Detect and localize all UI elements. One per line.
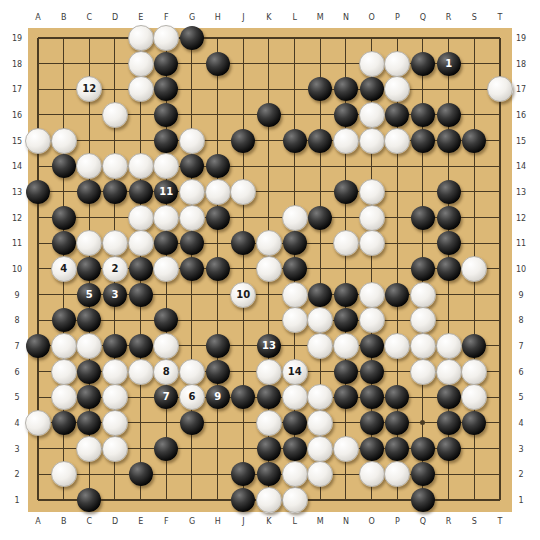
- move-number-9: 9: [214, 392, 221, 402]
- white-stone-O12[interactable]: [359, 205, 385, 231]
- col-label-top-D: D: [112, 13, 118, 22]
- white-stone-C3[interactable]: [76, 436, 102, 462]
- black-stone-A7[interactable]: [26, 334, 50, 358]
- white-stone-P15[interactable]: [384, 128, 410, 154]
- white-stone-R7[interactable]: [436, 333, 462, 359]
- white-stone-E19[interactable]: [128, 25, 154, 51]
- black-stone-C6[interactable]: [77, 360, 101, 384]
- row-label-left-6: 6: [14, 367, 19, 376]
- white-stone-D10[interactable]: 2: [102, 256, 128, 282]
- black-stone-R16[interactable]: [437, 103, 461, 127]
- white-stone-L5[interactable]: [282, 384, 308, 410]
- col-label-bottom-H: H: [215, 517, 221, 526]
- white-stone-P2[interactable]: [384, 461, 410, 487]
- black-stone-Q16[interactable]: [411, 103, 435, 127]
- black-stone-D9[interactable]: 3: [103, 283, 127, 307]
- white-stone-G6[interactable]: [179, 359, 205, 385]
- white-stone-T17[interactable]: [487, 76, 513, 102]
- white-stone-C7[interactable]: [76, 333, 102, 359]
- move-number-7: 7: [163, 392, 170, 402]
- col-label-bottom-J: J: [242, 517, 244, 526]
- black-stone-C9[interactable]: 5: [77, 283, 101, 307]
- row-label-right-12: 12: [516, 213, 526, 222]
- white-stone-Q9[interactable]: [410, 282, 436, 308]
- row-label-right-3: 3: [518, 444, 523, 453]
- black-stone-K7[interactable]: 13: [257, 334, 281, 358]
- black-stone-F11[interactable]: [154, 231, 178, 255]
- black-stone-F3[interactable]: [154, 437, 178, 461]
- row-label-right-9: 9: [518, 290, 523, 299]
- black-stone-C4[interactable]: [77, 411, 101, 435]
- black-stone-R12[interactable]: [437, 206, 461, 230]
- black-stone-G11[interactable]: [180, 231, 204, 255]
- black-stone-L4[interactable]: [283, 411, 307, 435]
- white-stone-G12[interactable]: [179, 205, 205, 231]
- black-stone-H12[interactable]: [206, 206, 230, 230]
- col-label-top-R: R: [446, 13, 452, 22]
- black-stone-J15[interactable]: [231, 129, 255, 153]
- white-stone-O8[interactable]: [359, 307, 385, 333]
- row-label-right-17: 17: [516, 85, 526, 94]
- black-stone-M15[interactable]: [308, 129, 332, 153]
- white-stone-B6[interactable]: [51, 359, 77, 385]
- white-stone-K10[interactable]: [256, 256, 282, 282]
- white-stone-H13[interactable]: [205, 179, 231, 205]
- row-label-right-16: 16: [516, 110, 526, 119]
- white-stone-O2[interactable]: [359, 461, 385, 487]
- black-stone-N6[interactable]: [334, 360, 358, 384]
- black-stone-P3[interactable]: [385, 437, 409, 461]
- white-stone-L8[interactable]: [282, 307, 308, 333]
- black-stone-L15[interactable]: [283, 129, 307, 153]
- row-label-left-11: 11: [12, 239, 22, 248]
- black-stone-Q15[interactable]: [411, 129, 435, 153]
- black-stone-S7[interactable]: [462, 334, 486, 358]
- row-label-left-5: 5: [14, 393, 19, 402]
- row-label-right-14: 14: [516, 162, 526, 171]
- col-label-top-E: E: [138, 13, 143, 22]
- black-stone-M9[interactable]: [308, 283, 332, 307]
- row-label-right-13: 13: [516, 187, 526, 196]
- row-label-left-2: 2: [14, 470, 19, 479]
- white-stone-Q7[interactable]: [410, 333, 436, 359]
- white-stone-O16[interactable]: [359, 102, 385, 128]
- row-label-left-19: 19: [12, 34, 22, 43]
- black-stone-J2[interactable]: [231, 462, 255, 486]
- black-stone-R3[interactable]: [437, 437, 461, 461]
- move-number-2: 2: [112, 264, 119, 274]
- row-label-left-18: 18: [12, 59, 22, 68]
- move-number-3: 3: [112, 290, 119, 300]
- move-number-14: 14: [288, 367, 302, 377]
- white-stone-A15[interactable]: [25, 128, 51, 154]
- move-number-8: 8: [163, 367, 170, 377]
- row-label-left-13: 13: [12, 187, 22, 196]
- black-stone-N16[interactable]: [334, 103, 358, 127]
- black-stone-L11[interactable]: [283, 231, 307, 255]
- white-stone-A4[interactable]: [25, 410, 51, 436]
- white-stone-F10[interactable]: [153, 256, 179, 282]
- black-stone-G14[interactable]: [180, 154, 204, 178]
- row-label-right-11: 11: [516, 239, 526, 248]
- white-stone-J13[interactable]: [230, 179, 256, 205]
- black-stone-K16[interactable]: [257, 103, 281, 127]
- black-stone-M17[interactable]: [308, 77, 332, 101]
- col-label-top-F: F: [164, 13, 169, 22]
- white-stone-D6[interactable]: [102, 359, 128, 385]
- white-stone-N15[interactable]: [333, 128, 359, 154]
- white-stone-Q6[interactable]: [410, 359, 436, 385]
- col-label-top-N: N: [343, 13, 349, 22]
- col-label-bottom-N: N: [343, 517, 349, 526]
- black-stone-O6[interactable]: [360, 360, 384, 384]
- white-stone-C17[interactable]: 12: [76, 76, 102, 102]
- white-stone-B7[interactable]: [51, 333, 77, 359]
- white-stone-O18[interactable]: [359, 51, 385, 77]
- black-stone-H10[interactable]: [206, 257, 230, 281]
- black-stone-N9[interactable]: [334, 283, 358, 307]
- white-stone-N11[interactable]: [333, 230, 359, 256]
- white-stone-Q8[interactable]: [410, 307, 436, 333]
- white-stone-F6[interactable]: 8: [153, 359, 179, 385]
- white-stone-O13[interactable]: [359, 179, 385, 205]
- black-stone-F16[interactable]: [154, 103, 178, 127]
- col-label-bottom-E: E: [138, 517, 143, 526]
- move-number-6: 6: [189, 392, 196, 402]
- black-stone-G19[interactable]: [180, 26, 204, 50]
- black-stone-L10[interactable]: [283, 257, 307, 281]
- white-stone-S6[interactable]: [461, 359, 487, 385]
- black-stone-C5[interactable]: [77, 385, 101, 409]
- col-label-bottom-P: P: [395, 517, 400, 526]
- black-stone-Q2[interactable]: [411, 462, 435, 486]
- black-stone-S4[interactable]: [462, 411, 486, 435]
- black-stone-K2[interactable]: [257, 462, 281, 486]
- move-number-11: 11: [159, 187, 173, 197]
- row-label-left-8: 8: [14, 316, 19, 325]
- white-stone-D16[interactable]: [102, 102, 128, 128]
- col-label-bottom-S: S: [472, 517, 477, 526]
- col-label-bottom-C: C: [87, 517, 93, 526]
- black-stone-C13[interactable]: [77, 180, 101, 204]
- col-label-bottom-F: F: [164, 517, 169, 526]
- black-stone-D13[interactable]: [103, 180, 127, 204]
- white-stone-F19[interactable]: [153, 25, 179, 51]
- row-label-left-1: 1: [14, 495, 19, 504]
- black-stone-C10[interactable]: [77, 257, 101, 281]
- white-stone-P7[interactable]: [384, 333, 410, 359]
- black-stone-B4[interactable]: [52, 411, 76, 435]
- black-stone-R11[interactable]: [437, 231, 461, 255]
- white-stone-S5[interactable]: [461, 384, 487, 410]
- row-label-right-19: 19: [516, 34, 526, 43]
- black-stone-O4[interactable]: [360, 411, 384, 435]
- white-stone-N3[interactable]: [333, 436, 359, 462]
- black-stone-E9[interactable]: [129, 283, 153, 307]
- black-stone-O5[interactable]: [360, 385, 384, 409]
- col-label-bottom-T: T: [498, 517, 503, 526]
- black-stone-C1[interactable]: [77, 488, 101, 512]
- white-stone-D5[interactable]: [102, 384, 128, 410]
- col-label-bottom-G: G: [189, 517, 195, 526]
- black-stone-Q18[interactable]: [411, 52, 435, 76]
- black-stone-Q1[interactable]: [411, 488, 435, 512]
- white-stone-B10[interactable]: 4: [51, 256, 77, 282]
- go-board-screenshot: AABBCCDDEEFFGGHHJJKKLLMMNNOOPPQQRRSSTT19…: [0, 0, 540, 540]
- row-label-left-14: 14: [12, 162, 22, 171]
- white-stone-J9[interactable]: 10: [230, 282, 256, 308]
- white-stone-L6[interactable]: 14: [282, 359, 308, 385]
- col-label-top-Q: Q: [420, 13, 426, 22]
- white-stone-C14[interactable]: [76, 153, 102, 179]
- white-stone-M2[interactable]: [307, 461, 333, 487]
- black-stone-N17[interactable]: [334, 77, 358, 101]
- white-stone-K6[interactable]: [256, 359, 282, 385]
- row-label-left-3: 3: [14, 444, 19, 453]
- black-stone-R10[interactable]: [437, 257, 461, 281]
- white-stone-M7[interactable]: [307, 333, 333, 359]
- black-stone-H14[interactable]: [206, 154, 230, 178]
- black-stone-N8[interactable]: [334, 308, 358, 332]
- black-stone-Q10[interactable]: [411, 257, 435, 281]
- move-number-13: 13: [262, 341, 276, 351]
- row-label-left-12: 12: [12, 213, 22, 222]
- white-stone-K11[interactable]: [256, 230, 282, 256]
- row-label-right-1: 1: [518, 495, 523, 504]
- col-label-top-O: O: [369, 13, 375, 22]
- black-stone-N13[interactable]: [334, 180, 358, 204]
- white-stone-F12[interactable]: [153, 205, 179, 231]
- white-stone-E11[interactable]: [128, 230, 154, 256]
- white-stone-O9[interactable]: [359, 282, 385, 308]
- white-stone-D14[interactable]: [102, 153, 128, 179]
- grid-line-vertical: [499, 38, 501, 500]
- row-label-right-10: 10: [516, 264, 526, 273]
- black-stone-H5[interactable]: 9: [206, 385, 230, 409]
- white-stone-O15[interactable]: [359, 128, 385, 154]
- black-stone-A13[interactable]: [26, 180, 50, 204]
- white-stone-B15[interactable]: [51, 128, 77, 154]
- white-stone-P17[interactable]: [384, 76, 410, 102]
- col-label-bottom-D: D: [112, 517, 118, 526]
- row-label-right-5: 5: [518, 393, 523, 402]
- black-stone-Q3[interactable]: [411, 437, 435, 461]
- white-stone-F7[interactable]: [153, 333, 179, 359]
- row-label-left-15: 15: [12, 136, 22, 145]
- col-label-bottom-L: L: [292, 517, 296, 526]
- col-label-top-H: H: [215, 13, 221, 22]
- black-stone-H18[interactable]: [206, 52, 230, 76]
- white-stone-C11[interactable]: [76, 230, 102, 256]
- white-stone-S10[interactable]: [461, 256, 487, 282]
- white-stone-R6[interactable]: [436, 359, 462, 385]
- black-stone-L3[interactable]: [283, 437, 307, 461]
- white-stone-G15[interactable]: [179, 128, 205, 154]
- row-label-left-9: 9: [14, 290, 19, 299]
- white-stone-F14[interactable]: [153, 153, 179, 179]
- row-label-left-7: 7: [14, 341, 19, 350]
- white-stone-E18[interactable]: [128, 51, 154, 77]
- black-stone-R13[interactable]: [437, 180, 461, 204]
- black-stone-R18[interactable]: 1: [437, 52, 461, 76]
- black-stone-P4[interactable]: [385, 411, 409, 435]
- black-stone-K3[interactable]: [257, 437, 281, 461]
- col-label-bottom-B: B: [61, 517, 67, 526]
- black-stone-E13[interactable]: [129, 180, 153, 204]
- black-stone-E7[interactable]: [129, 334, 153, 358]
- col-label-bottom-A: A: [35, 517, 40, 526]
- black-stone-O3[interactable]: [360, 437, 384, 461]
- black-stone-B12[interactable]: [52, 206, 76, 230]
- black-stone-J11[interactable]: [231, 231, 255, 255]
- black-stone-K5[interactable]: [257, 385, 281, 409]
- col-label-bottom-K: K: [266, 517, 271, 526]
- black-stone-B11[interactable]: [52, 231, 76, 255]
- black-stone-R5[interactable]: [437, 385, 461, 409]
- black-stone-M12[interactable]: [308, 206, 332, 230]
- white-stone-B2[interactable]: [51, 461, 77, 487]
- black-stone-H6[interactable]: [206, 360, 230, 384]
- black-stone-F8[interactable]: [154, 308, 178, 332]
- black-stone-P9[interactable]: [385, 283, 409, 307]
- black-stone-F13[interactable]: 11: [154, 180, 178, 204]
- black-stone-F5[interactable]: 7: [154, 385, 178, 409]
- move-number-5: 5: [86, 290, 93, 300]
- col-label-bottom-Q: Q: [420, 517, 426, 526]
- black-stone-B8[interactable]: [52, 308, 76, 332]
- white-stone-K1[interactable]: [256, 487, 282, 513]
- white-stone-D11[interactable]: [102, 230, 128, 256]
- white-stone-D4[interactable]: [102, 410, 128, 436]
- white-stone-E14[interactable]: [128, 153, 154, 179]
- row-label-left-17: 17: [12, 85, 22, 94]
- black-stone-P16[interactable]: [385, 103, 409, 127]
- black-stone-R15[interactable]: [437, 129, 461, 153]
- white-stone-E12[interactable]: [128, 205, 154, 231]
- move-number-4: 4: [60, 264, 67, 274]
- row-label-right-6: 6: [518, 367, 523, 376]
- white-stone-E6[interactable]: [128, 359, 154, 385]
- row-label-right-4: 4: [518, 418, 523, 427]
- move-number-1: 1: [445, 59, 452, 69]
- white-stone-L1[interactable]: [282, 487, 308, 513]
- col-label-top-P: P: [395, 13, 400, 22]
- black-stone-O7[interactable]: [360, 334, 384, 358]
- white-stone-M5[interactable]: [307, 384, 333, 410]
- col-label-top-L: L: [292, 13, 296, 22]
- white-stone-B5[interactable]: [51, 384, 77, 410]
- black-stone-O17[interactable]: [360, 77, 384, 101]
- move-number-12: 12: [82, 84, 96, 94]
- row-label-right-2: 2: [518, 470, 523, 479]
- col-label-top-B: B: [61, 13, 67, 22]
- white-stone-L9[interactable]: [282, 282, 308, 308]
- black-stone-P5[interactable]: [385, 385, 409, 409]
- black-stone-Q12[interactable]: [411, 206, 435, 230]
- white-stone-K4[interactable]: [256, 410, 282, 436]
- col-label-top-J: J: [242, 13, 244, 22]
- col-label-bottom-R: R: [446, 517, 452, 526]
- col-label-top-G: G: [189, 13, 195, 22]
- white-stone-L12[interactable]: [282, 205, 308, 231]
- col-label-top-C: C: [87, 13, 93, 22]
- white-stone-O11[interactable]: [359, 230, 385, 256]
- col-label-top-M: M: [317, 13, 324, 22]
- black-stone-N5[interactable]: [334, 385, 358, 409]
- black-stone-G10[interactable]: [180, 257, 204, 281]
- row-label-right-15: 15: [516, 136, 526, 145]
- black-stone-H7[interactable]: [206, 334, 230, 358]
- col-label-top-S: S: [472, 13, 477, 22]
- black-stone-F18[interactable]: [154, 52, 178, 76]
- col-label-bottom-O: O: [369, 517, 375, 526]
- col-label-top-K: K: [266, 13, 271, 22]
- black-stone-F17[interactable]: [154, 77, 178, 101]
- black-stone-S15[interactable]: [462, 129, 486, 153]
- black-stone-R4[interactable]: [437, 411, 461, 435]
- black-stone-E2[interactable]: [129, 462, 153, 486]
- black-stone-B14[interactable]: [52, 154, 76, 178]
- col-label-top-T: T: [498, 13, 503, 22]
- white-stone-L2[interactable]: [282, 461, 308, 487]
- black-stone-F15[interactable]: [154, 129, 178, 153]
- row-label-left-10: 10: [12, 264, 22, 273]
- white-stone-G5[interactable]: 6: [179, 384, 205, 410]
- row-label-left-4: 4: [14, 418, 19, 427]
- black-stone-J5[interactable]: [231, 385, 255, 409]
- white-stone-E17[interactable]: [128, 76, 154, 102]
- black-stone-D7[interactable]: [103, 334, 127, 358]
- white-stone-M8[interactable]: [307, 307, 333, 333]
- row-label-right-8: 8: [518, 316, 523, 325]
- white-stone-D3[interactable]: [102, 436, 128, 462]
- white-stone-M4[interactable]: [307, 410, 333, 436]
- row-label-right-7: 7: [518, 341, 523, 350]
- black-stone-C8[interactable]: [77, 308, 101, 332]
- black-stone-G4[interactable]: [180, 411, 204, 435]
- row-label-right-18: 18: [516, 59, 526, 68]
- white-stone-N7[interactable]: [333, 333, 359, 359]
- move-number-10: 10: [236, 290, 250, 300]
- black-stone-E10[interactable]: [129, 257, 153, 281]
- white-stone-M3[interactable]: [307, 436, 333, 462]
- white-stone-P18[interactable]: [384, 51, 410, 77]
- col-label-top-A: A: [35, 13, 40, 22]
- col-label-bottom-M: M: [317, 517, 324, 526]
- black-stone-J1[interactable]: [231, 488, 255, 512]
- row-label-left-16: 16: [12, 110, 22, 119]
- white-stone-G13[interactable]: [179, 179, 205, 205]
